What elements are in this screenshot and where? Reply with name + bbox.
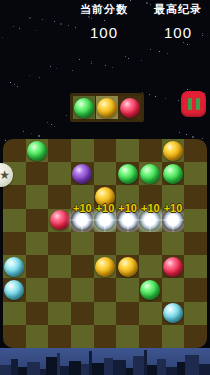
current-score-label: 当前分数 bbox=[73, 2, 135, 16]
preview-cell bbox=[73, 96, 95, 119]
board-cell[interactable] bbox=[94, 162, 117, 185]
board-cell[interactable] bbox=[139, 255, 162, 278]
best-score-block: 最高纪录 100 bbox=[147, 2, 209, 41]
star-dot bbox=[149, 94, 150, 95]
star-dot bbox=[91, 61, 92, 62]
board-cell[interactable] bbox=[116, 232, 139, 255]
board-cell[interactable] bbox=[48, 185, 71, 208]
star-dot bbox=[183, 42, 184, 43]
building-silhouette bbox=[185, 355, 199, 375]
ball-green[interactable] bbox=[27, 141, 47, 161]
star-dot bbox=[2, 37, 3, 38]
building-silhouette bbox=[69, 361, 81, 375]
board-cell[interactable] bbox=[162, 278, 185, 301]
board-cell[interactable] bbox=[48, 325, 71, 348]
board-cell[interactable] bbox=[71, 255, 94, 278]
preview-ball-yellow bbox=[97, 98, 117, 118]
ball-yellow[interactable] bbox=[163, 141, 183, 161]
board-cell[interactable] bbox=[162, 325, 185, 348]
pause-icon bbox=[188, 98, 192, 110]
board-cell[interactable] bbox=[184, 302, 207, 325]
star-dot bbox=[72, 70, 73, 71]
score-popup: +10 bbox=[139, 202, 162, 214]
building-silhouette bbox=[0, 365, 11, 375]
star-dot bbox=[202, 138, 203, 139]
board-cell[interactable] bbox=[3, 302, 26, 325]
star-dot bbox=[130, 0, 131, 1]
board-cell[interactable] bbox=[116, 302, 139, 325]
board-cell[interactable] bbox=[184, 162, 207, 185]
board-cell[interactable] bbox=[184, 209, 207, 232]
current-score-value: 100 bbox=[73, 24, 135, 41]
ball-green[interactable] bbox=[163, 164, 183, 184]
ball-green[interactable] bbox=[140, 280, 160, 300]
preview-cell bbox=[119, 96, 141, 119]
ball-cyan[interactable] bbox=[4, 257, 24, 277]
preview-ball-green bbox=[74, 98, 94, 118]
board-cell[interactable] bbox=[139, 232, 162, 255]
board-cell[interactable] bbox=[162, 162, 185, 185]
star-dot bbox=[112, 67, 113, 68]
board-cell[interactable] bbox=[3, 232, 26, 255]
board-cell[interactable] bbox=[26, 209, 49, 232]
star-dot bbox=[159, 51, 160, 52]
board-cell[interactable] bbox=[26, 232, 49, 255]
building-silhouette bbox=[199, 364, 210, 375]
building-silhouette bbox=[27, 362, 40, 375]
pause-icon bbox=[196, 98, 200, 110]
board-cell[interactable] bbox=[26, 185, 49, 208]
star-dot bbox=[23, 131, 24, 132]
score-popup: +10 bbox=[94, 202, 117, 214]
ball-yellow[interactable] bbox=[118, 257, 138, 277]
board-cell[interactable] bbox=[184, 232, 207, 255]
building-silhouette bbox=[147, 365, 157, 375]
board-cell[interactable] bbox=[139, 278, 162, 301]
building-silhouette bbox=[157, 359, 166, 375]
board-cell[interactable] bbox=[184, 325, 207, 348]
star-dot bbox=[186, 134, 187, 135]
board-cell[interactable] bbox=[26, 278, 49, 301]
board-cell[interactable] bbox=[139, 162, 162, 185]
star-dot bbox=[167, 53, 168, 54]
city-skyline bbox=[0, 348, 210, 375]
star-dot bbox=[17, 86, 18, 87]
star-dot bbox=[178, 100, 179, 101]
board-cell[interactable] bbox=[162, 255, 185, 278]
board-cell[interactable] bbox=[26, 302, 49, 325]
board-cell[interactable] bbox=[48, 278, 71, 301]
star-dot bbox=[14, 84, 15, 85]
best-score-label: 最高纪录 bbox=[147, 2, 209, 16]
board-cell[interactable] bbox=[94, 139, 117, 162]
building-silhouette bbox=[126, 368, 133, 375]
building-silhouette bbox=[18, 367, 27, 375]
star-dot bbox=[54, 126, 55, 127]
board-cell[interactable] bbox=[116, 139, 139, 162]
star-dot bbox=[128, 58, 129, 59]
board-cell[interactable] bbox=[116, 255, 139, 278]
score-popup: +10 bbox=[162, 202, 185, 214]
board-cell[interactable] bbox=[71, 162, 94, 185]
preview-cell bbox=[96, 96, 118, 119]
star-dot bbox=[187, 89, 188, 90]
board-cell[interactable] bbox=[26, 325, 49, 348]
board-cell[interactable] bbox=[48, 232, 71, 255]
board-cell[interactable] bbox=[3, 325, 26, 348]
building-silhouette bbox=[104, 358, 113, 375]
board-cell[interactable] bbox=[139, 302, 162, 325]
board-cell[interactable] bbox=[184, 139, 207, 162]
ball-cyan[interactable] bbox=[4, 280, 24, 300]
board-cell[interactable] bbox=[3, 209, 26, 232]
board-cell[interactable] bbox=[26, 162, 49, 185]
board-cell[interactable] bbox=[184, 185, 207, 208]
board-cell[interactable] bbox=[162, 302, 185, 325]
board-cell[interactable] bbox=[71, 232, 94, 255]
building-silhouette bbox=[166, 367, 177, 375]
star-dot bbox=[50, 66, 51, 67]
board-cell[interactable] bbox=[48, 162, 71, 185]
board-cell[interactable] bbox=[71, 139, 94, 162]
board-cell[interactable] bbox=[116, 325, 139, 348]
star-dot bbox=[31, 133, 32, 134]
game-screen: 当前分数 100 最高纪录 100 +10+10+10+10+10 ★ bbox=[0, 0, 210, 375]
ball-red[interactable] bbox=[163, 257, 183, 277]
star-dot bbox=[91, 63, 92, 64]
star-dot bbox=[187, 44, 188, 45]
star-dot bbox=[35, 30, 36, 31]
star-dot bbox=[125, 56, 126, 57]
star-dot bbox=[56, 68, 57, 69]
board-cell[interactable] bbox=[3, 185, 26, 208]
board-cell[interactable] bbox=[71, 302, 94, 325]
building-silhouette bbox=[113, 360, 126, 375]
board-cell[interactable] bbox=[26, 255, 49, 278]
ball-red[interactable] bbox=[50, 210, 70, 230]
preview-ball-red bbox=[120, 98, 140, 118]
board-cell[interactable] bbox=[3, 278, 26, 301]
score-popup: +10 bbox=[71, 202, 94, 214]
board-cell[interactable] bbox=[94, 302, 117, 325]
board-cell[interactable] bbox=[94, 325, 117, 348]
board-cell[interactable] bbox=[48, 302, 71, 325]
next-balls-preview bbox=[70, 93, 144, 122]
star-dot bbox=[192, 136, 194, 138]
building-silhouette bbox=[46, 357, 57, 375]
star-dot bbox=[60, 23, 62, 25]
board-cell[interactable] bbox=[139, 325, 162, 348]
star-dot bbox=[66, 115, 67, 116]
board-cell[interactable] bbox=[3, 139, 26, 162]
board-cell[interactable] bbox=[162, 232, 185, 255]
board-cell[interactable] bbox=[26, 139, 49, 162]
star-dot bbox=[150, 49, 151, 50]
board-cell[interactable] bbox=[48, 255, 71, 278]
board-cell[interactable] bbox=[139, 139, 162, 162]
game-board: +10+10+10+10+10 bbox=[3, 139, 207, 348]
board-cell[interactable] bbox=[71, 278, 94, 301]
star-dot bbox=[38, 135, 40, 137]
ball-green[interactable] bbox=[140, 164, 160, 184]
star-dot bbox=[179, 132, 180, 133]
building-silhouette bbox=[81, 364, 89, 375]
board-cell[interactable] bbox=[116, 162, 139, 185]
star-dot bbox=[47, 122, 48, 123]
star-dot bbox=[10, 82, 11, 83]
board-cell[interactable] bbox=[94, 278, 117, 301]
building-silhouette bbox=[177, 362, 185, 375]
board-cell[interactable] bbox=[116, 278, 139, 301]
board-cell[interactable] bbox=[3, 255, 26, 278]
building-silhouette bbox=[60, 366, 69, 375]
building-silhouette bbox=[133, 356, 144, 375]
star-icon: ★ bbox=[0, 168, 10, 182]
board-cell[interactable]: +10 bbox=[162, 209, 185, 232]
star-dot bbox=[29, 75, 30, 76]
star-dot bbox=[54, 21, 55, 22]
best-score-value: 100 bbox=[147, 24, 209, 41]
star-dot bbox=[29, 17, 31, 19]
star-dot bbox=[13, 26, 14, 27]
star-dot bbox=[42, 19, 43, 20]
star-dot bbox=[79, 59, 80, 60]
star-dot bbox=[165, 98, 166, 99]
star-dot bbox=[155, 96, 156, 97]
current-score-block: 当前分数 100 bbox=[73, 2, 135, 41]
board-cell[interactable] bbox=[184, 255, 207, 278]
ball-green[interactable] bbox=[118, 164, 138, 184]
board-cell[interactable] bbox=[71, 325, 94, 348]
ball-purple[interactable] bbox=[72, 164, 92, 184]
ball-cyan[interactable] bbox=[163, 303, 183, 323]
board-cell[interactable] bbox=[184, 278, 207, 301]
star-dot bbox=[39, 77, 40, 78]
board-cell[interactable] bbox=[162, 139, 185, 162]
star-dot bbox=[105, 65, 106, 66]
building-silhouette bbox=[11, 359, 18, 375]
board-cell[interactable] bbox=[48, 139, 71, 162]
star-dot bbox=[51, 124, 52, 125]
board-cell[interactable] bbox=[94, 255, 117, 278]
star-dot bbox=[68, 25, 69, 26]
building-silhouette bbox=[92, 363, 104, 375]
score-popup: +10 bbox=[116, 202, 139, 214]
star-dot bbox=[141, 60, 142, 61]
pause-button[interactable] bbox=[181, 91, 206, 117]
ball-yellow[interactable] bbox=[95, 257, 115, 277]
star-dot bbox=[19, 28, 20, 29]
board-cell[interactable] bbox=[94, 232, 117, 255]
